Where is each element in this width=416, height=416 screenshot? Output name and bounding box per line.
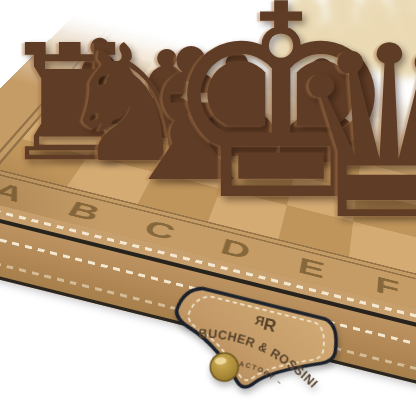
chess-box-product-photo: ABCDEFGH [0, 0, 416, 416]
